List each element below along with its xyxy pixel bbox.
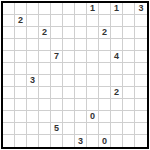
cell-r10c1[interactable] — [3, 111, 15, 123]
cell-r9c1[interactable] — [3, 99, 15, 111]
cell-r8c5[interactable] — [51, 87, 63, 99]
cell-r3c2[interactable] — [15, 27, 27, 39]
cell-r3c11[interactable] — [123, 27, 135, 39]
clue-cell-r3c9: 2 — [99, 27, 111, 39]
cell-r11c9[interactable] — [99, 123, 111, 135]
clue-cell-r5c10: 4 — [111, 51, 123, 63]
cell-r5c12[interactable] — [135, 51, 147, 63]
cell-r8c9[interactable] — [99, 87, 111, 99]
cell-r11c4[interactable] — [39, 123, 51, 135]
puzzle-board: 11322274320530 — [1, 1, 149, 149]
clue-cell-r5c5: 7 — [51, 51, 63, 63]
cell-r11c11[interactable] — [123, 123, 135, 135]
clue-cell-r10c8: 0 — [87, 111, 99, 123]
cell-r1c11[interactable] — [123, 3, 135, 15]
cell-r9c6[interactable] — [63, 99, 75, 111]
cell-r4c8[interactable] — [87, 39, 99, 51]
cell-r6c6[interactable] — [63, 63, 75, 75]
cell-r12c8[interactable] — [87, 135, 99, 147]
cell-r1c1[interactable] — [3, 3, 15, 15]
cell-r11c8[interactable] — [87, 123, 99, 135]
cell-r11c3[interactable] — [27, 123, 39, 135]
cell-r5c1[interactable] — [3, 51, 15, 63]
cell-r1c4[interactable] — [39, 3, 51, 15]
clue-cell-r12c7: 3 — [75, 135, 87, 147]
cell-r3c6[interactable] — [63, 27, 75, 39]
cell-r9c7[interactable] — [75, 99, 87, 111]
cell-r9c11[interactable] — [123, 99, 135, 111]
cell-r2c9[interactable] — [99, 15, 111, 27]
cell-r8c4[interactable] — [39, 87, 51, 99]
cell-r10c10[interactable] — [111, 111, 123, 123]
cell-r8c11[interactable] — [123, 87, 135, 99]
cell-r6c1[interactable] — [3, 63, 15, 75]
cell-r10c4[interactable] — [39, 111, 51, 123]
cell-r10c6[interactable] — [63, 111, 75, 123]
cell-r7c6[interactable] — [63, 75, 75, 87]
cell-r5c6[interactable] — [63, 51, 75, 63]
cell-r4c2[interactable] — [15, 39, 27, 51]
cell-r6c4[interactable] — [39, 63, 51, 75]
cell-r2c1[interactable] — [3, 15, 15, 27]
cell-r5c3[interactable] — [27, 51, 39, 63]
cell-r4c5[interactable] — [51, 39, 63, 51]
cell-r6c9[interactable] — [99, 63, 111, 75]
cell-r10c5[interactable] — [51, 111, 63, 123]
cell-r5c8[interactable] — [87, 51, 99, 63]
cell-r7c11[interactable] — [123, 75, 135, 87]
cell-r6c10[interactable] — [111, 63, 123, 75]
cell-r2c5[interactable] — [51, 15, 63, 27]
cell-r7c4[interactable] — [39, 75, 51, 87]
cell-r6c5[interactable] — [51, 63, 63, 75]
cell-r10c9[interactable] — [99, 111, 111, 123]
cell-r2c7[interactable] — [75, 15, 87, 27]
cell-r6c8[interactable] — [87, 63, 99, 75]
cell-r5c2[interactable] — [15, 51, 27, 63]
clue-cell-r12c9: 0 — [99, 135, 111, 147]
cell-r9c3[interactable] — [27, 99, 39, 111]
cell-r4c1[interactable] — [3, 39, 15, 51]
cell-r5c4[interactable] — [39, 51, 51, 63]
cell-r5c9[interactable] — [99, 51, 111, 63]
clue-cell-r3c4: 2 — [39, 27, 51, 39]
cell-r8c6[interactable] — [63, 87, 75, 99]
clue-cell-r2c2: 2 — [15, 15, 27, 27]
cell-r7c1[interactable] — [3, 75, 15, 87]
cell-r10c11[interactable] — [123, 111, 135, 123]
cell-r11c1[interactable] — [3, 123, 15, 135]
cell-r3c7[interactable] — [75, 27, 87, 39]
cell-r7c9[interactable] — [99, 75, 111, 87]
cell-r8c2[interactable] — [15, 87, 27, 99]
cell-r3c5[interactable] — [51, 27, 63, 39]
cell-r3c8[interactable] — [87, 27, 99, 39]
cell-r4c11[interactable] — [123, 39, 135, 51]
cell-r3c12[interactable] — [135, 27, 147, 39]
cell-r10c12[interactable] — [135, 111, 147, 123]
cell-r4c3[interactable] — [27, 39, 39, 51]
cell-r9c4[interactable] — [39, 99, 51, 111]
cell-r1c9[interactable] — [99, 3, 111, 15]
cell-r12c5[interactable] — [51, 135, 63, 147]
cell-r12c6[interactable] — [63, 135, 75, 147]
clue-cell-r11c5: 5 — [51, 123, 63, 135]
cell-r12c11[interactable] — [123, 135, 135, 147]
clue-cell-r7c3: 3 — [27, 75, 39, 87]
cell-r4c12[interactable] — [135, 39, 147, 51]
cell-r2c12[interactable] — [135, 15, 147, 27]
cell-r2c8[interactable] — [87, 15, 99, 27]
cell-r9c12[interactable] — [135, 99, 147, 111]
cell-r4c4[interactable] — [39, 39, 51, 51]
cell-r10c3[interactable] — [27, 111, 39, 123]
cell-r12c1[interactable] — [3, 135, 15, 147]
cell-r11c2[interactable] — [15, 123, 27, 135]
cell-r6c7[interactable] — [75, 63, 87, 75]
cell-r6c3[interactable] — [27, 63, 39, 75]
cell-r3c3[interactable] — [27, 27, 39, 39]
clue-cell-r1c12: 3 — [135, 3, 147, 15]
cell-r1c5[interactable] — [51, 3, 63, 15]
cell-r7c8[interactable] — [87, 75, 99, 87]
cell-r1c7[interactable] — [75, 3, 87, 15]
cell-r3c10[interactable] — [111, 27, 123, 39]
cell-r4c9[interactable] — [99, 39, 111, 51]
cell-r11c7[interactable] — [75, 123, 87, 135]
cell-r12c12[interactable] — [135, 135, 147, 147]
cell-r7c5[interactable] — [51, 75, 63, 87]
cell-r2c3[interactable] — [27, 15, 39, 27]
cell-r9c2[interactable] — [15, 99, 27, 111]
puzzle-screenshot: 11322274320530 — [0, 0, 150, 150]
cell-r2c11[interactable] — [123, 15, 135, 27]
cell-r8c3[interactable] — [27, 87, 39, 99]
cell-r2c10[interactable] — [111, 15, 123, 27]
cell-r5c7[interactable] — [75, 51, 87, 63]
cell-r1c6[interactable] — [63, 3, 75, 15]
clue-cell-r8c10: 2 — [111, 87, 123, 99]
cell-r2c6[interactable] — [63, 15, 75, 27]
cell-r8c1[interactable] — [3, 87, 15, 99]
cell-r10c2[interactable] — [15, 111, 27, 123]
cell-r8c7[interactable] — [75, 87, 87, 99]
cell-r4c10[interactable] — [111, 39, 123, 51]
cell-r9c5[interactable] — [51, 99, 63, 111]
cell-r4c7[interactable] — [75, 39, 87, 51]
cell-r9c8[interactable] — [87, 99, 99, 111]
cell-r11c12[interactable] — [135, 123, 147, 135]
cell-r11c6[interactable] — [63, 123, 75, 135]
cell-r3c1[interactable] — [3, 27, 15, 39]
cell-r7c10[interactable] — [111, 75, 123, 87]
clue-cell-r1c10: 1 — [111, 3, 123, 15]
cell-r9c9[interactable] — [99, 99, 111, 111]
cell-r6c2[interactable] — [15, 63, 27, 75]
cell-r8c8[interactable] — [87, 87, 99, 99]
cell-r4c6[interactable] — [63, 39, 75, 51]
cell-r12c10[interactable] — [111, 135, 123, 147]
cell-r7c7[interactable] — [75, 75, 87, 87]
cell-r7c2[interactable] — [15, 75, 27, 87]
cell-r2c4[interactable] — [39, 15, 51, 27]
cell-r11c10[interactable] — [111, 123, 123, 135]
cell-r12c2[interactable] — [15, 135, 27, 147]
clue-cell-r1c8: 1 — [87, 3, 99, 15]
cell-r9c10[interactable] — [111, 99, 123, 111]
cell-r8c12[interactable] — [135, 87, 147, 99]
cell-r10c7[interactable] — [75, 111, 87, 123]
cell-r6c12[interactable] — [135, 63, 147, 75]
cell-r6c11[interactable] — [123, 63, 135, 75]
cell-r7c12[interactable] — [135, 75, 147, 87]
cell-r5c11[interactable] — [123, 51, 135, 63]
cell-r1c2[interactable] — [15, 3, 27, 15]
cell-r12c4[interactable] — [39, 135, 51, 147]
cell-r12c3[interactable] — [27, 135, 39, 147]
cell-r1c3[interactable] — [27, 3, 39, 15]
